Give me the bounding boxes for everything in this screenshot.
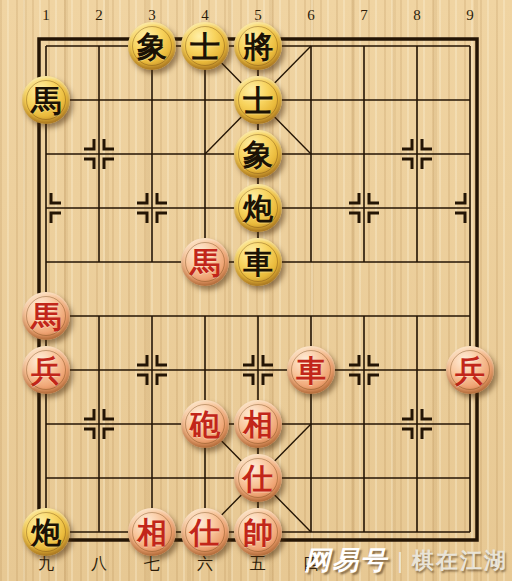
intersection-8-5[interactable] (391, 235, 444, 289)
intersection-6-5[interactable] (285, 235, 338, 289)
intersection-2-2[interactable] (73, 73, 126, 127)
intersection-1-9[interactable] (20, 451, 73, 505)
intersection-2-6[interactable] (73, 289, 126, 343)
piece-red-相[interactable]: 相 (128, 508, 176, 556)
intersection-1-7[interactable]: 兵 (20, 343, 73, 397)
watermark-separator: | (397, 548, 403, 574)
intersection-6-9[interactable] (285, 451, 338, 505)
piece-red-車[interactable]: 車 (287, 346, 335, 394)
intersection-3-8[interactable] (126, 397, 179, 451)
intersection-2-1[interactable] (73, 19, 126, 73)
piece-black-車[interactable]: 車 (234, 238, 282, 286)
intersection-7-4[interactable] (338, 181, 391, 235)
intersection-8-4[interactable] (391, 181, 444, 235)
intersection-2-8[interactable] (73, 397, 126, 451)
piece-black-馬[interactable]: 馬 (22, 76, 70, 124)
board-grid[interactable]: 象士將馬士象炮馬車馬兵車兵砲相仕炮相仕帥 (20, 19, 497, 559)
intersection-8-6[interactable] (391, 289, 444, 343)
intersection-2-3[interactable] (73, 127, 126, 181)
intersection-4-4[interactable] (179, 181, 232, 235)
intersection-8-9[interactable] (391, 451, 444, 505)
intersection-1-6[interactable]: 馬 (20, 289, 73, 343)
piece-glyph: 象 (243, 139, 273, 170)
piece-glyph: 車 (243, 247, 273, 278)
piece-glyph: 將 (243, 31, 273, 62)
intersection-2-5[interactable] (73, 235, 126, 289)
piece-glyph: 車 (296, 355, 326, 386)
intersection-5-5[interactable]: 車 (232, 235, 285, 289)
intersection-9-5[interactable] (444, 235, 497, 289)
piece-glyph: 帥 (243, 517, 273, 548)
intersection-4-5[interactable]: 馬 (179, 235, 232, 289)
intersection-5-4[interactable]: 炮 (232, 181, 285, 235)
intersection-1-3[interactable] (20, 127, 73, 181)
intersection-4-6[interactable] (179, 289, 232, 343)
watermark: 网易号 | 棋在江湖 (304, 543, 508, 578)
intersection-7-5[interactable] (338, 235, 391, 289)
piece-glyph: 士 (190, 31, 220, 62)
piece-black-炮[interactable]: 炮 (22, 508, 70, 556)
piece-red-仕[interactable]: 仕 (234, 454, 282, 502)
piece-red-兵[interactable]: 兵 (22, 346, 70, 394)
piece-red-相[interactable]: 相 (234, 400, 282, 448)
intersection-9-6[interactable] (444, 289, 497, 343)
piece-black-炮[interactable]: 炮 (234, 184, 282, 232)
intersection-5-6[interactable] (232, 289, 285, 343)
intersection-6-1[interactable] (285, 19, 338, 73)
intersection-3-9[interactable] (126, 451, 179, 505)
intersection-6-6[interactable] (285, 289, 338, 343)
intersection-4-3[interactable] (179, 127, 232, 181)
intersection-2-4[interactable] (73, 181, 126, 235)
intersection-3-10[interactable]: 相 (126, 505, 179, 559)
intersection-3-1[interactable]: 象 (126, 19, 179, 73)
intersection-1-8[interactable] (20, 397, 73, 451)
intersection-8-2[interactable] (391, 73, 444, 127)
intersection-4-2[interactable] (179, 73, 232, 127)
intersection-8-8[interactable] (391, 397, 444, 451)
piece-black-象[interactable]: 象 (234, 130, 282, 178)
piece-red-馬[interactable]: 馬 (22, 292, 70, 340)
watermark-channel-name: 棋在江湖 (412, 546, 508, 576)
intersection-4-9[interactable] (179, 451, 232, 505)
intersection-1-1[interactable] (20, 19, 73, 73)
intersection-7-1[interactable] (338, 19, 391, 73)
piece-red-兵[interactable]: 兵 (446, 346, 494, 394)
intersection-6-8[interactable] (285, 397, 338, 451)
intersection-5-10[interactable]: 帥 (232, 505, 285, 559)
piece-glyph: 炮 (31, 517, 61, 548)
intersection-4-8[interactable]: 砲 (179, 397, 232, 451)
piece-glyph: 仕 (190, 517, 220, 548)
intersection-4-10[interactable]: 仕 (179, 505, 232, 559)
netease-hao-logo: 网易号 (304, 543, 388, 578)
piece-black-將[interactable]: 將 (234, 22, 282, 70)
piece-glyph: 砲 (190, 409, 220, 440)
intersection-9-9[interactable] (444, 451, 497, 505)
intersection-5-3[interactable]: 象 (232, 127, 285, 181)
intersection-2-7[interactable] (73, 343, 126, 397)
piece-black-象[interactable]: 象 (128, 22, 176, 70)
intersection-7-6[interactable] (338, 289, 391, 343)
piece-red-仕[interactable]: 仕 (181, 508, 229, 556)
piece-glyph: 兵 (455, 355, 485, 386)
piece-glyph: 仕 (243, 463, 273, 494)
intersection-8-1[interactable] (391, 19, 444, 73)
piece-red-砲[interactable]: 砲 (181, 400, 229, 448)
intersection-9-3[interactable] (444, 127, 497, 181)
intersection-5-9[interactable]: 仕 (232, 451, 285, 505)
intersection-8-7[interactable] (391, 343, 444, 397)
piece-glyph: 象 (137, 31, 167, 62)
intersection-4-7[interactable] (179, 343, 232, 397)
intersection-1-4[interactable] (20, 181, 73, 235)
piece-glyph: 馬 (31, 301, 61, 332)
intersection-3-3[interactable] (126, 127, 179, 181)
intersection-1-10[interactable]: 炮 (20, 505, 73, 559)
piece-glyph: 士 (243, 85, 273, 116)
intersection-3-4[interactable] (126, 181, 179, 235)
intersection-3-7[interactable] (126, 343, 179, 397)
intersection-7-7[interactable] (338, 343, 391, 397)
intersection-3-2[interactable] (126, 73, 179, 127)
intersection-9-4[interactable] (444, 181, 497, 235)
piece-glyph: 相 (137, 517, 167, 548)
intersection-2-10[interactable] (73, 505, 126, 559)
intersection-6-3[interactable] (285, 127, 338, 181)
intersection-6-2[interactable] (285, 73, 338, 127)
intersection-7-3[interactable] (338, 127, 391, 181)
intersection-6-7[interactable]: 車 (285, 343, 338, 397)
intersection-9-7[interactable]: 兵 (444, 343, 497, 397)
intersection-3-5[interactable] (126, 235, 179, 289)
intersection-5-1[interactable]: 將 (232, 19, 285, 73)
intersection-1-2[interactable]: 馬 (20, 73, 73, 127)
piece-black-士[interactable]: 士 (234, 76, 282, 124)
intersection-9-8[interactable] (444, 397, 497, 451)
intersection-7-9[interactable] (338, 451, 391, 505)
intersection-9-1[interactable] (444, 19, 497, 73)
piece-black-士[interactable]: 士 (181, 22, 229, 70)
intersection-4-1[interactable]: 士 (179, 19, 232, 73)
piece-glyph: 兵 (31, 355, 61, 386)
intersection-8-3[interactable] (391, 127, 444, 181)
intersection-9-2[interactable] (444, 73, 497, 127)
intersection-5-8[interactable]: 相 (232, 397, 285, 451)
intersection-2-9[interactable] (73, 451, 126, 505)
piece-red-馬[interactable]: 馬 (181, 238, 229, 286)
piece-glyph: 相 (243, 409, 273, 440)
intersection-7-2[interactable] (338, 73, 391, 127)
intersection-5-2[interactable]: 士 (232, 73, 285, 127)
intersection-6-4[interactable] (285, 181, 338, 235)
piece-glyph: 炮 (243, 193, 273, 224)
intersection-5-7[interactable] (232, 343, 285, 397)
intersection-1-5[interactable] (20, 235, 73, 289)
piece-glyph: 馬 (190, 247, 220, 278)
xiangqi-board: 123456789九八七六五四 象士將馬士象炮馬車馬兵車兵砲相仕炮相仕帥 网易号… (0, 0, 512, 581)
piece-red-帥[interactable]: 帥 (234, 508, 282, 556)
intersection-7-8[interactable] (338, 397, 391, 451)
piece-glyph: 馬 (31, 85, 61, 116)
intersection-3-6[interactable] (126, 289, 179, 343)
